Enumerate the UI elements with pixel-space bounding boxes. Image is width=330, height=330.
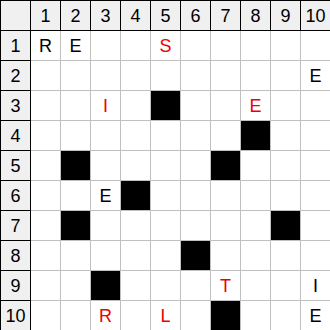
empty-cell-r8c8[interactable]: [241, 241, 271, 271]
empty-cell-r1c8[interactable]: [241, 31, 271, 61]
letter-cell-r10c5[interactable]: L: [151, 301, 181, 330]
empty-cell-r10c2[interactable]: [61, 301, 91, 330]
empty-cell-r3c9[interactable]: [271, 91, 301, 121]
col-header-5: 5: [151, 1, 181, 31]
empty-cell-r1c7[interactable]: [211, 31, 241, 61]
row-header-4: 4: [1, 121, 31, 151]
empty-cell-r9c9[interactable]: [271, 271, 301, 301]
empty-cell-r8c5[interactable]: [151, 241, 181, 271]
empty-cell-r4c5[interactable]: [151, 121, 181, 151]
empty-cell-r9c5[interactable]: [151, 271, 181, 301]
letter-cell-r1c5[interactable]: S: [151, 31, 181, 61]
letter-cell-r6c3[interactable]: E: [91, 181, 121, 211]
empty-cell-r4c6[interactable]: [181, 121, 211, 151]
empty-cell-r9c1[interactable]: [31, 271, 61, 301]
empty-cell-r5c9[interactable]: [271, 151, 301, 181]
col-header-8: 8: [241, 1, 271, 31]
row-header-6: 6: [1, 181, 31, 211]
blocked-cell-r10c7: [211, 301, 241, 330]
empty-cell-r9c8[interactable]: [241, 271, 271, 301]
empty-cell-r1c3[interactable]: [91, 31, 121, 61]
row-header-10: 10: [1, 301, 31, 330]
empty-cell-r5c6[interactable]: [181, 151, 211, 181]
empty-cell-r8c3[interactable]: [91, 241, 121, 271]
letter-cell-r10c3[interactable]: R: [91, 301, 121, 330]
empty-cell-r10c9[interactable]: [271, 301, 301, 330]
letter-cell-r2c10[interactable]: E: [301, 61, 330, 91]
empty-cell-r6c10[interactable]: [301, 181, 330, 211]
empty-cell-r7c4[interactable]: [121, 211, 151, 241]
letter-cell-r3c3[interactable]: I: [91, 91, 121, 121]
empty-cell-r8c1[interactable]: [31, 241, 61, 271]
blocked-cell-r3c5: [151, 91, 181, 121]
empty-cell-r7c3[interactable]: [91, 211, 121, 241]
row-header-7: 7: [1, 211, 31, 241]
col-header-2: 2: [61, 1, 91, 31]
empty-cell-r4c2[interactable]: [61, 121, 91, 151]
empty-cell-r7c1[interactable]: [31, 211, 61, 241]
empty-cell-r10c6[interactable]: [181, 301, 211, 330]
col-header-6: 6: [181, 1, 211, 31]
empty-cell-r2c4[interactable]: [121, 61, 151, 91]
blocked-cell-r7c9: [271, 211, 301, 241]
corner-cell: [1, 1, 31, 31]
empty-cell-r7c5[interactable]: [151, 211, 181, 241]
row-header-8: 8: [1, 241, 31, 271]
empty-cell-r7c10[interactable]: [301, 211, 330, 241]
empty-cell-r8c4[interactable]: [121, 241, 151, 271]
empty-cell-r2c6[interactable]: [181, 61, 211, 91]
empty-cell-r2c9[interactable]: [271, 61, 301, 91]
col-header-7: 7: [211, 1, 241, 31]
empty-cell-r5c1[interactable]: [31, 151, 61, 181]
empty-cell-r6c6[interactable]: [181, 181, 211, 211]
empty-cell-r4c10[interactable]: [301, 121, 330, 151]
col-header-3: 3: [91, 1, 121, 31]
empty-cell-r2c2[interactable]: [61, 61, 91, 91]
empty-cell-r2c5[interactable]: [151, 61, 181, 91]
blocked-cell-r9c3: [91, 271, 121, 301]
letter-cell-r9c10[interactable]: I: [301, 271, 330, 301]
empty-cell-r6c7[interactable]: [211, 181, 241, 211]
row-header-5: 5: [1, 151, 31, 181]
empty-cell-r9c6[interactable]: [181, 271, 211, 301]
blocked-cell-r5c7: [211, 151, 241, 181]
empty-cell-r9c2[interactable]: [61, 271, 91, 301]
blocked-cell-r8c6: [181, 241, 211, 271]
col-header-1: 1: [31, 1, 61, 31]
empty-cell-r2c3[interactable]: [91, 61, 121, 91]
empty-cell-r3c10[interactable]: [301, 91, 330, 121]
row-header-3: 3: [1, 91, 31, 121]
empty-cell-r3c1[interactable]: [31, 91, 61, 121]
empty-cell-r8c9[interactable]: [271, 241, 301, 271]
empty-cell-r3c7[interactable]: [211, 91, 241, 121]
empty-cell-r8c2[interactable]: [61, 241, 91, 271]
blocked-cell-r5c2: [61, 151, 91, 181]
empty-cell-r1c10[interactable]: [301, 31, 330, 61]
empty-cell-r1c9[interactable]: [271, 31, 301, 61]
puzzle-board: 123456789101RES2E3IE456E789TI10RLE: [0, 0, 330, 330]
empty-cell-r2c1[interactable]: [31, 61, 61, 91]
letter-cell-r1c1[interactable]: R: [31, 31, 61, 61]
empty-cell-r5c4[interactable]: [121, 151, 151, 181]
empty-cell-r8c10[interactable]: [301, 241, 330, 271]
empty-cell-r4c9[interactable]: [271, 121, 301, 151]
empty-cell-r5c3[interactable]: [91, 151, 121, 181]
row-header-1: 1: [1, 31, 31, 61]
empty-cell-r3c6[interactable]: [181, 91, 211, 121]
empty-cell-r1c4[interactable]: [121, 31, 151, 61]
empty-cell-r5c5[interactable]: [151, 151, 181, 181]
blocked-cell-r4c8: [241, 121, 271, 151]
empty-cell-r7c7[interactable]: [211, 211, 241, 241]
letter-cell-r1c2[interactable]: E: [61, 31, 91, 61]
empty-cell-r6c5[interactable]: [151, 181, 181, 211]
row-header-2: 2: [1, 61, 31, 91]
empty-cell-r8c7[interactable]: [211, 241, 241, 271]
empty-cell-r5c10[interactable]: [301, 151, 330, 181]
empty-cell-r4c4[interactable]: [121, 121, 151, 151]
empty-cell-r4c7[interactable]: [211, 121, 241, 151]
empty-cell-r4c1[interactable]: [31, 121, 61, 151]
empty-cell-r7c6[interactable]: [181, 211, 211, 241]
empty-cell-r6c1[interactable]: [31, 181, 61, 211]
empty-cell-r10c8[interactable]: [241, 301, 271, 330]
empty-cell-r10c1[interactable]: [31, 301, 61, 330]
empty-cell-r3c4[interactable]: [121, 91, 151, 121]
col-header-4: 4: [121, 1, 151, 31]
letter-cell-r10c10[interactable]: E: [301, 301, 330, 330]
col-header-9: 9: [271, 1, 301, 31]
empty-cell-r3c2[interactable]: [61, 91, 91, 121]
letter-cell-r3c8[interactable]: E: [241, 91, 271, 121]
empty-cell-r10c4[interactable]: [121, 301, 151, 330]
empty-cell-r2c7[interactable]: [211, 61, 241, 91]
empty-cell-r4c3[interactable]: [91, 121, 121, 151]
empty-cell-r1c6[interactable]: [181, 31, 211, 61]
row-header-9: 9: [1, 271, 31, 301]
empty-cell-r2c8[interactable]: [241, 61, 271, 91]
empty-cell-r9c4[interactable]: [121, 271, 151, 301]
blocked-cell-r7c2: [61, 211, 91, 241]
letter-cell-r9c7[interactable]: T: [211, 271, 241, 301]
empty-cell-r6c8[interactable]: [241, 181, 271, 211]
empty-cell-r6c9[interactable]: [271, 181, 301, 211]
col-header-10: 10: [301, 1, 330, 31]
empty-cell-r7c8[interactable]: [241, 211, 271, 241]
empty-cell-r6c2[interactable]: [61, 181, 91, 211]
blocked-cell-r6c4: [121, 181, 151, 211]
empty-cell-r5c8[interactable]: [241, 151, 271, 181]
